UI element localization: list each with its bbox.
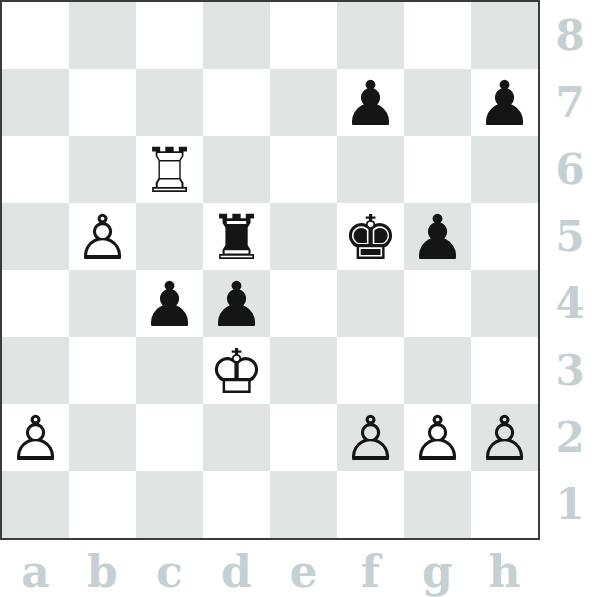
square-c8[interactable]	[136, 2, 203, 69]
black-pawn[interactable]: ♟︎	[343, 70, 399, 136]
file-label-d: d	[203, 541, 270, 597]
white-pawn[interactable]: ♙	[8, 405, 64, 471]
square-a6[interactable]	[2, 136, 69, 203]
square-h1[interactable]	[471, 471, 538, 538]
rank-label-8: 8	[540, 2, 600, 69]
black-pawn[interactable]: ♟︎	[410, 204, 466, 270]
file-label-f: f	[337, 541, 404, 597]
square-d8[interactable]	[203, 2, 270, 69]
square-a4[interactable]	[2, 270, 69, 337]
square-c6[interactable]: ♖	[136, 136, 203, 203]
square-f7[interactable]: ♟︎	[337, 69, 404, 136]
rank-label-6: 6	[540, 136, 600, 203]
white-pawn[interactable]: ♙	[410, 405, 466, 471]
square-d7[interactable]	[203, 69, 270, 136]
square-f4[interactable]	[337, 270, 404, 337]
square-f2[interactable]: ♙	[337, 404, 404, 471]
square-e7[interactable]	[270, 69, 337, 136]
square-b5[interactable]: ♙	[69, 203, 136, 270]
file-label-a: a	[2, 541, 69, 597]
square-b2[interactable]	[69, 404, 136, 471]
file-label-b: b	[69, 541, 136, 597]
square-b8[interactable]	[69, 2, 136, 69]
rank-label-3: 3	[540, 337, 600, 404]
chess-board[interactable]: ♟︎♟︎♖♙♜♚♟︎♟︎♟︎♔♙♙♙♙	[0, 0, 540, 540]
chess-diagram: ♟︎♟︎♖♙♜♚♟︎♟︎♟︎♔♙♙♙♙ 87654321 abcdefgh	[0, 0, 600, 597]
square-h8[interactable]	[471, 2, 538, 69]
black-pawn[interactable]: ♟︎	[477, 70, 533, 136]
rank-label-7: 7	[540, 69, 600, 136]
square-d6[interactable]	[203, 136, 270, 203]
white-pawn[interactable]: ♙	[343, 405, 399, 471]
square-f5[interactable]: ♚	[337, 203, 404, 270]
square-g6[interactable]	[404, 136, 471, 203]
square-e2[interactable]	[270, 404, 337, 471]
white-pawn[interactable]: ♙	[75, 204, 131, 270]
square-d3[interactable]: ♔	[203, 337, 270, 404]
rank-label-1: 1	[540, 471, 600, 538]
square-g1[interactable]	[404, 471, 471, 538]
square-d2[interactable]	[203, 404, 270, 471]
rank-label-4: 4	[540, 270, 600, 337]
square-c4[interactable]: ♟︎	[136, 270, 203, 337]
square-b7[interactable]	[69, 69, 136, 136]
square-a7[interactable]	[2, 69, 69, 136]
square-c7[interactable]	[136, 69, 203, 136]
square-h4[interactable]	[471, 270, 538, 337]
square-c2[interactable]	[136, 404, 203, 471]
square-g4[interactable]	[404, 270, 471, 337]
black-pawn[interactable]: ♟︎	[142, 271, 198, 337]
file-label-e: e	[270, 541, 337, 597]
square-f6[interactable]	[337, 136, 404, 203]
square-h7[interactable]: ♟︎	[471, 69, 538, 136]
rank-label-5: 5	[540, 203, 600, 270]
square-a8[interactable]	[2, 2, 69, 69]
black-pawn[interactable]: ♟︎	[209, 271, 265, 337]
square-g7[interactable]	[404, 69, 471, 136]
square-b6[interactable]	[69, 136, 136, 203]
square-h2[interactable]: ♙	[471, 404, 538, 471]
rank-label-2: 2	[540, 404, 600, 471]
square-f3[interactable]	[337, 337, 404, 404]
black-king[interactable]: ♚	[343, 204, 399, 270]
square-g2[interactable]: ♙	[404, 404, 471, 471]
square-h6[interactable]	[471, 136, 538, 203]
white-king[interactable]: ♔	[209, 338, 265, 404]
square-a1[interactable]	[2, 471, 69, 538]
square-e3[interactable]	[270, 337, 337, 404]
square-f8[interactable]	[337, 2, 404, 69]
square-f1[interactable]	[337, 471, 404, 538]
square-b4[interactable]	[69, 270, 136, 337]
square-e4[interactable]	[270, 270, 337, 337]
square-a3[interactable]	[2, 337, 69, 404]
square-h5[interactable]	[471, 203, 538, 270]
square-c5[interactable]	[136, 203, 203, 270]
rank-labels: 87654321	[540, 2, 600, 538]
square-c1[interactable]	[136, 471, 203, 538]
square-g3[interactable]	[404, 337, 471, 404]
file-label-g: g	[404, 541, 471, 597]
square-e5[interactable]	[270, 203, 337, 270]
file-label-c: c	[136, 541, 203, 597]
black-rook[interactable]: ♜	[209, 204, 265, 270]
square-h3[interactable]	[471, 337, 538, 404]
square-a5[interactable]	[2, 203, 69, 270]
square-g8[interactable]	[404, 2, 471, 69]
white-pawn[interactable]: ♙	[477, 405, 533, 471]
square-e8[interactable]	[270, 2, 337, 69]
square-e1[interactable]	[270, 471, 337, 538]
square-a2[interactable]: ♙	[2, 404, 69, 471]
square-b3[interactable]	[69, 337, 136, 404]
file-labels: abcdefgh	[2, 541, 538, 597]
square-g5[interactable]: ♟︎	[404, 203, 471, 270]
square-e6[interactable]	[270, 136, 337, 203]
square-c3[interactable]	[136, 337, 203, 404]
square-b1[interactable]	[69, 471, 136, 538]
white-rook[interactable]: ♖	[142, 137, 198, 203]
square-d5[interactable]: ♜	[203, 203, 270, 270]
square-d4[interactable]: ♟︎	[203, 270, 270, 337]
file-label-h: h	[471, 541, 538, 597]
square-d1[interactable]	[203, 471, 270, 538]
